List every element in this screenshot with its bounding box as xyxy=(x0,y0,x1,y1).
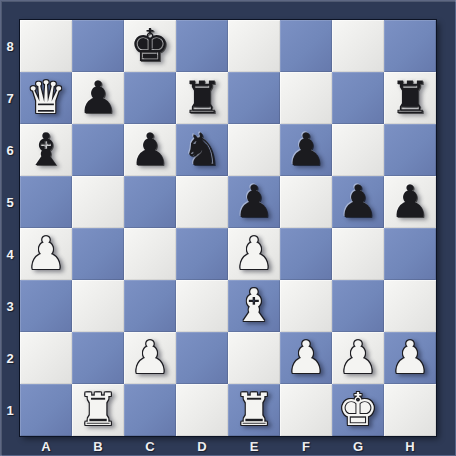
square-f8[interactable] xyxy=(280,20,332,72)
square-g1[interactable]: ♚ xyxy=(332,384,384,436)
square-c3[interactable] xyxy=(124,280,176,332)
square-h6[interactable] xyxy=(384,124,436,176)
square-b7[interactable]: ♟ xyxy=(72,72,124,124)
square-b2[interactable] xyxy=(72,332,124,384)
square-f7[interactable] xyxy=(280,72,332,124)
piece-white-rook[interactable]: ♜ xyxy=(234,385,274,435)
square-d7[interactable]: ♜ xyxy=(176,72,228,124)
file-label-h: H xyxy=(384,436,436,456)
piece-black-pawn[interactable]: ♟ xyxy=(234,177,274,227)
file-label-b: B xyxy=(72,436,124,456)
square-e2[interactable] xyxy=(228,332,280,384)
square-d5[interactable] xyxy=(176,176,228,228)
file-label-c: C xyxy=(124,436,176,456)
square-f1[interactable] xyxy=(280,384,332,436)
file-label-a: A xyxy=(20,436,72,456)
rank-label-7: 7 xyxy=(0,72,20,124)
square-c7[interactable] xyxy=(124,72,176,124)
rank-label-4: 4 xyxy=(0,228,20,280)
piece-black-rook[interactable]: ♜ xyxy=(182,73,222,123)
piece-black-pawn[interactable]: ♟ xyxy=(390,177,430,227)
square-c4[interactable] xyxy=(124,228,176,280)
rank-label-6: 6 xyxy=(0,124,20,176)
chess-board[interactable]: ♚♛♟♜♜♝♟♞♟♟♟♟♟♟♝♟♟♟♟♜♜♚ xyxy=(20,20,436,436)
piece-black-pawn[interactable]: ♟ xyxy=(286,125,326,175)
piece-black-bishop[interactable]: ♝ xyxy=(26,125,66,175)
file-label-e: E xyxy=(228,436,280,456)
piece-white-pawn[interactable]: ♟ xyxy=(26,229,66,279)
square-b1[interactable]: ♜ xyxy=(72,384,124,436)
rank-labels: 87654321 xyxy=(0,20,20,436)
square-b4[interactable] xyxy=(72,228,124,280)
square-f2[interactable]: ♟ xyxy=(280,332,332,384)
piece-black-pawn[interactable]: ♟ xyxy=(338,177,378,227)
square-d3[interactable] xyxy=(176,280,228,332)
piece-black-knight[interactable]: ♞ xyxy=(182,125,222,175)
piece-black-pawn[interactable]: ♟ xyxy=(130,125,170,175)
piece-black-king[interactable]: ♚ xyxy=(130,21,170,71)
piece-white-pawn[interactable]: ♟ xyxy=(286,333,326,383)
square-e7[interactable] xyxy=(228,72,280,124)
square-e3[interactable]: ♝ xyxy=(228,280,280,332)
piece-black-pawn[interactable]: ♟ xyxy=(78,73,118,123)
square-e6[interactable] xyxy=(228,124,280,176)
square-f6[interactable]: ♟ xyxy=(280,124,332,176)
square-a3[interactable] xyxy=(20,280,72,332)
square-d4[interactable] xyxy=(176,228,228,280)
piece-white-queen[interactable]: ♛ xyxy=(26,73,66,123)
rank-label-2: 2 xyxy=(0,332,20,384)
square-h1[interactable] xyxy=(384,384,436,436)
square-g3[interactable] xyxy=(332,280,384,332)
square-g8[interactable] xyxy=(332,20,384,72)
square-d8[interactable] xyxy=(176,20,228,72)
square-f4[interactable] xyxy=(280,228,332,280)
square-f3[interactable] xyxy=(280,280,332,332)
square-h2[interactable]: ♟ xyxy=(384,332,436,384)
square-g5[interactable]: ♟ xyxy=(332,176,384,228)
file-label-d: D xyxy=(176,436,228,456)
square-g4[interactable] xyxy=(332,228,384,280)
piece-white-pawn[interactable]: ♟ xyxy=(390,333,430,383)
square-b5[interactable] xyxy=(72,176,124,228)
square-c1[interactable] xyxy=(124,384,176,436)
piece-white-rook[interactable]: ♜ xyxy=(78,385,118,435)
piece-white-pawn[interactable]: ♟ xyxy=(234,229,274,279)
square-a1[interactable] xyxy=(20,384,72,436)
square-h5[interactable]: ♟ xyxy=(384,176,436,228)
square-h4[interactable] xyxy=(384,228,436,280)
square-e5[interactable]: ♟ xyxy=(228,176,280,228)
square-b3[interactable] xyxy=(72,280,124,332)
square-c6[interactable]: ♟ xyxy=(124,124,176,176)
square-a7[interactable]: ♛ xyxy=(20,72,72,124)
square-d2[interactable] xyxy=(176,332,228,384)
file-label-g: G xyxy=(332,436,384,456)
piece-black-rook[interactable]: ♜ xyxy=(390,73,430,123)
square-a4[interactable]: ♟ xyxy=(20,228,72,280)
square-b6[interactable] xyxy=(72,124,124,176)
chess-board-frame: 87654321 ABCDEFGH ♚♛♟♜♜♝♟♞♟♟♟♟♟♟♝♟♟♟♟♜♜♚ xyxy=(0,0,456,456)
rank-label-5: 5 xyxy=(0,176,20,228)
piece-white-pawn[interactable]: ♟ xyxy=(130,333,170,383)
piece-white-king[interactable]: ♚ xyxy=(338,385,378,435)
square-h3[interactable] xyxy=(384,280,436,332)
square-g6[interactable] xyxy=(332,124,384,176)
piece-white-pawn[interactable]: ♟ xyxy=(338,333,378,383)
square-a2[interactable] xyxy=(20,332,72,384)
rank-label-3: 3 xyxy=(0,280,20,332)
square-g2[interactable]: ♟ xyxy=(332,332,384,384)
square-b8[interactable] xyxy=(72,20,124,72)
square-c8[interactable]: ♚ xyxy=(124,20,176,72)
square-e8[interactable] xyxy=(228,20,280,72)
square-g7[interactable] xyxy=(332,72,384,124)
square-d6[interactable]: ♞ xyxy=(176,124,228,176)
square-h7[interactable]: ♜ xyxy=(384,72,436,124)
square-a8[interactable] xyxy=(20,20,72,72)
square-d1[interactable] xyxy=(176,384,228,436)
square-a5[interactable] xyxy=(20,176,72,228)
file-labels: ABCDEFGH xyxy=(20,436,436,456)
piece-white-bishop[interactable]: ♝ xyxy=(234,281,274,331)
square-e4[interactable]: ♟ xyxy=(228,228,280,280)
square-c5[interactable] xyxy=(124,176,176,228)
square-a6[interactable]: ♝ xyxy=(20,124,72,176)
square-h8[interactable] xyxy=(384,20,436,72)
rank-label-8: 8 xyxy=(0,20,20,72)
file-label-f: F xyxy=(280,436,332,456)
rank-label-1: 1 xyxy=(0,384,20,436)
square-f5[interactable] xyxy=(280,176,332,228)
square-c2[interactable]: ♟ xyxy=(124,332,176,384)
square-e1[interactable]: ♜ xyxy=(228,384,280,436)
